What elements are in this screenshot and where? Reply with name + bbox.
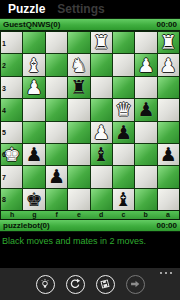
- square-e7[interactable]: [68, 166, 89, 187]
- white-pawn-piece: ♟: [137, 55, 154, 74]
- square-a6[interactable]: ♟: [158, 144, 179, 165]
- square-g3[interactable]: ♟: [23, 77, 44, 98]
- top-player-clock: 00:00: [157, 20, 177, 29]
- square-c2[interactable]: [113, 54, 134, 75]
- square-f8[interactable]: [46, 189, 67, 210]
- square-a7[interactable]: [158, 166, 179, 187]
- square-b6[interactable]: [135, 144, 156, 165]
- lightbulb-icon: [39, 276, 51, 294]
- file-label-f: f: [46, 211, 68, 219]
- square-h8[interactable]: [1, 189, 22, 210]
- square-b1[interactable]: [135, 32, 156, 53]
- square-h4[interactable]: [1, 99, 22, 120]
- square-d1[interactable]: ♜: [91, 32, 112, 53]
- save-floppy-icon: [99, 276, 111, 294]
- square-c5[interactable]: ♟: [113, 122, 134, 143]
- white-pawn-piece: ♟: [160, 55, 177, 74]
- square-c8[interactable]: ♝: [113, 189, 134, 210]
- square-c4[interactable]: ♛: [113, 99, 134, 120]
- square-g7[interactable]: [23, 166, 44, 187]
- square-c3[interactable]: [113, 77, 134, 98]
- hint-button[interactable]: [36, 275, 55, 294]
- file-label-d: d: [90, 211, 112, 219]
- square-f5[interactable]: [46, 122, 67, 143]
- square-e1[interactable]: [68, 32, 89, 53]
- file-labels: hgfedcba: [0, 211, 180, 219]
- bottom-player-clock: 00:00: [157, 221, 177, 230]
- square-g6[interactable]: ♟: [23, 144, 44, 165]
- white-pawn-piece: ♟: [93, 122, 110, 141]
- next-button[interactable]: [126, 275, 145, 294]
- square-a8[interactable]: [158, 189, 179, 210]
- square-f6[interactable]: [46, 144, 67, 165]
- file-label-c: c: [112, 211, 134, 219]
- square-h2[interactable]: [1, 54, 22, 75]
- bottom-player-bar: puzzlebot(0) 00:00: [0, 219, 180, 232]
- square-a1[interactable]: ♜: [158, 32, 179, 53]
- square-f2[interactable]: [46, 54, 67, 75]
- square-g4[interactable]: [23, 99, 44, 120]
- square-g5[interactable]: [23, 122, 44, 143]
- black-pawn-piece: ♟: [115, 122, 132, 141]
- square-g2[interactable]: ♝: [23, 54, 44, 75]
- black-pawn-piece: ♟: [137, 100, 154, 119]
- app-bar: [0, 268, 180, 300]
- square-h6[interactable]: ♚: [1, 144, 22, 165]
- square-f1[interactable]: [46, 32, 67, 53]
- arrow-right-icon: [129, 276, 141, 294]
- square-f4[interactable]: [46, 99, 67, 120]
- black-pawn-piece: ♟: [160, 145, 177, 164]
- square-e6[interactable]: [68, 144, 89, 165]
- file-label-b: b: [135, 211, 157, 219]
- file-label-e: e: [68, 211, 90, 219]
- square-b7[interactable]: [135, 166, 156, 187]
- square-c6[interactable]: [113, 144, 134, 165]
- top-player-bar: GuestQNWS(0) 00:00: [0, 18, 180, 31]
- tab-puzzle[interactable]: Puzzle: [8, 2, 45, 16]
- square-a3[interactable]: [158, 77, 179, 98]
- square-d7[interactable]: [91, 166, 112, 187]
- save-button[interactable]: [96, 275, 115, 294]
- chess-board: ♜♜♝♞♟♟♟♜♛♟♟♟♚♟♝♟♟♚♝: [0, 31, 180, 211]
- square-d3[interactable]: [91, 77, 112, 98]
- square-e2[interactable]: ♞: [68, 54, 89, 75]
- white-queen-piece: ♛: [115, 100, 132, 119]
- redo-button[interactable]: [66, 275, 85, 294]
- square-h5[interactable]: [1, 122, 22, 143]
- square-g1[interactable]: [23, 32, 44, 53]
- black-pawn-piece: ♟: [26, 145, 43, 164]
- square-b3[interactable]: [135, 77, 156, 98]
- header: Puzzle Settings: [0, 0, 180, 18]
- black-king-piece: ♚: [26, 189, 43, 208]
- file-label-g: g: [23, 211, 45, 219]
- square-d5[interactable]: ♟: [91, 122, 112, 143]
- square-b5[interactable]: [135, 122, 156, 143]
- white-knight-piece: ♞: [70, 55, 87, 74]
- top-player-name: GuestQNWS(0): [3, 20, 60, 29]
- square-b4[interactable]: ♟: [135, 99, 156, 120]
- square-f3[interactable]: [46, 77, 67, 98]
- square-e3[interactable]: ♜: [68, 77, 89, 98]
- square-g8[interactable]: ♚: [23, 189, 44, 210]
- square-f7[interactable]: ♟: [46, 166, 67, 187]
- square-e4[interactable]: [68, 99, 89, 120]
- redo-arrow-icon: [69, 276, 81, 294]
- tab-settings[interactable]: Settings: [57, 2, 104, 16]
- square-h1[interactable]: [1, 32, 22, 53]
- square-c1[interactable]: [113, 32, 134, 53]
- black-rook-piece: ♜: [70, 77, 87, 96]
- app-window: Puzzle Settings GuestQNWS(0) 00:00 ♜♜♝♞♟…: [0, 0, 180, 300]
- bottom-player-name: puzzlebot(0): [3, 221, 50, 230]
- puzzle-instruction: Black moves and mates in 2 moves.: [0, 232, 180, 246]
- square-d8[interactable]: [91, 189, 112, 210]
- white-pawn-piece: ♟: [26, 77, 43, 96]
- square-e5[interactable]: [68, 122, 89, 143]
- square-d4[interactable]: [91, 99, 112, 120]
- black-bishop-piece: ♝: [115, 189, 132, 208]
- square-h7[interactable]: [1, 166, 22, 187]
- file-label-a: a: [157, 211, 179, 219]
- square-e8[interactable]: [68, 189, 89, 210]
- board-area: ♜♜♝♞♟♟♟♜♛♟♟♟♚♟♝♟♟♚♝ 12345678: [0, 31, 180, 211]
- file-label-h: h: [1, 211, 23, 219]
- square-a2[interactable]: ♟: [158, 54, 179, 75]
- square-d2[interactable]: [91, 54, 112, 75]
- square-c7[interactable]: [113, 166, 134, 187]
- square-a4[interactable]: [158, 99, 179, 120]
- square-d6[interactable]: ♝: [91, 144, 112, 165]
- square-a5[interactable]: [158, 122, 179, 143]
- square-b8[interactable]: [135, 189, 156, 210]
- white-king-piece: ♚: [3, 145, 20, 164]
- square-b2[interactable]: ♟: [135, 54, 156, 75]
- white-rook-piece: ♜: [160, 33, 177, 52]
- white-rook-piece: ♜: [93, 33, 110, 52]
- black-pawn-piece: ♟: [48, 167, 65, 186]
- black-bishop-piece: ♝: [93, 145, 110, 164]
- square-h3[interactable]: [1, 77, 22, 98]
- white-bishop-piece: ♝: [26, 55, 43, 74]
- ellipsis-icon[interactable]: [160, 272, 172, 274]
